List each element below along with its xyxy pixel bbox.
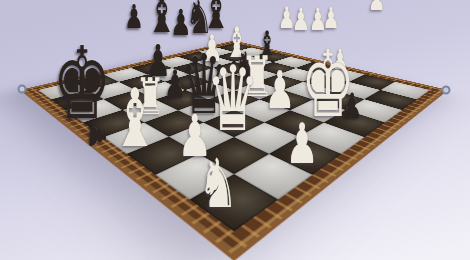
white-pawn-d5: ♟ xyxy=(265,64,296,116)
white-pawn-f5: ♟ xyxy=(285,116,318,172)
pieces-layer: ♟♝♝♟♞♟♜♟♟♟♜♛♚♛♝♚♟♟♞♟♝♟♞♝♟♟♟♟♟♟ xyxy=(0,0,470,260)
captured-black-pawn: ♟ xyxy=(124,0,144,33)
chessboard-photo: ♟♝♝♟♞♟♜♟♟♟♜♛♚♛♝♚♟♟♞♟♝♟♞♝♟♟♟♟♟♟ xyxy=(0,0,470,260)
white-bishop-d2: ♝ xyxy=(111,79,158,159)
captured-white-pawn: ♟ xyxy=(368,0,386,15)
fallen-black-pawn: ♟ xyxy=(86,120,110,153)
black-king-c1: ♚ xyxy=(52,34,111,134)
captured-black-pawn: ♟ xyxy=(170,5,191,41)
white-knight-g1: ♞ xyxy=(198,150,238,218)
white-queen-e4: ♛ xyxy=(206,54,259,144)
